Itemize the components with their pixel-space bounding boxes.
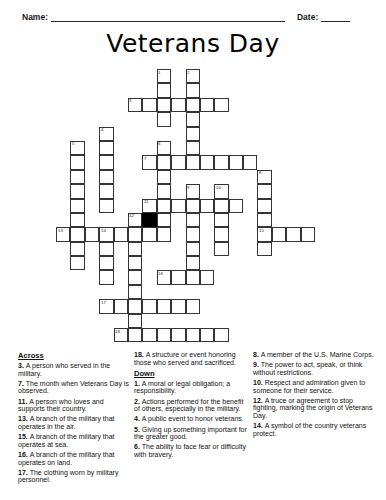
clue-across-7: 7. The month when Veterans Day is observ… — [18, 380, 130, 395]
grid-cell[interactable]: 6 — [157, 141, 171, 155]
grid-cell[interactable] — [214, 199, 228, 213]
grid-cell[interactable] — [70, 256, 84, 270]
grid-cell[interactable] — [157, 199, 171, 213]
grid-cell[interactable] — [128, 299, 142, 313]
grid-cell[interactable] — [200, 155, 214, 169]
clue-number: 11. — [18, 398, 29, 405]
grid-cell[interactable] — [157, 227, 171, 241]
grid-cell[interactable]: 3 — [128, 98, 142, 112]
clue-number: 3. — [18, 362, 26, 369]
cell-number: 12 — [129, 213, 134, 217]
grid-cell[interactable] — [128, 285, 142, 299]
clue-down-4: 4. A public event to honor veterans. — [134, 415, 251, 423]
clue-number: 10. — [253, 379, 265, 386]
black-cell — [142, 213, 156, 227]
grid-cell[interactable] — [186, 270, 200, 284]
grid-cell[interactable]: 18 — [114, 328, 128, 342]
grid-cell[interactable] — [99, 141, 113, 155]
clue-number: 15. — [18, 433, 30, 440]
clue-across-13: 13. A branch of the military that operat… — [18, 415, 130, 430]
clue-across-11: 11. A person who loves and supports thei… — [18, 398, 130, 413]
grid-cell[interactable]: 15 — [257, 227, 271, 241]
grid-cell[interactable]: 1 — [157, 69, 171, 83]
grid-cell[interactable] — [99, 170, 113, 184]
cell-number: 16 — [158, 271, 163, 275]
cell-number: 13 — [58, 228, 63, 232]
cell-number: 10 — [216, 185, 221, 189]
cell-number: 2 — [187, 70, 189, 74]
grid-cell[interactable] — [200, 270, 214, 284]
cell-number: 1 — [158, 70, 160, 74]
grid-cell[interactable] — [272, 227, 286, 241]
grid-cell[interactable] — [171, 328, 185, 342]
grid-cell[interactable] — [214, 155, 228, 169]
cell-number: 15 — [259, 228, 264, 232]
across-header: Across — [18, 351, 130, 360]
grid-cell[interactable] — [142, 227, 156, 241]
name-label: Name: — [22, 12, 48, 22]
grid-cell[interactable] — [128, 328, 142, 342]
grid-cell[interactable] — [186, 155, 200, 169]
clue-number: 6. — [134, 443, 142, 450]
grid-cell[interactable] — [229, 199, 243, 213]
clue-across-17: 17. The clothing worn by military person… — [18, 469, 130, 484]
grid-cell[interactable]: 8 — [257, 170, 271, 184]
grid-cell[interactable] — [70, 184, 84, 198]
clue-down-8: 8. A member of the U.S. Marine Corps. — [253, 351, 375, 359]
clue-across-3: 3. A person who served in the military. — [18, 362, 130, 377]
cell-number: 18 — [115, 329, 120, 333]
grid-cell[interactable] — [214, 328, 228, 342]
cell-number: 17 — [101, 300, 106, 304]
grid-cell[interactable] — [99, 270, 113, 284]
grid-cell[interactable] — [214, 242, 228, 256]
grid-cell[interactable] — [70, 155, 84, 169]
grid-cell[interactable] — [171, 199, 185, 213]
grid-cell[interactable] — [214, 98, 228, 112]
grid-cell[interactable] — [157, 213, 171, 227]
clue-number: 18. — [134, 351, 146, 358]
grid-cell[interactable] — [214, 227, 228, 241]
grid-cell[interactable] — [301, 227, 315, 241]
clue-number: 7. — [18, 380, 26, 387]
cell-number: 6 — [158, 141, 160, 145]
grid-cell[interactable]: 13 — [56, 227, 70, 241]
grid-cell[interactable] — [70, 170, 84, 184]
date-label: Date: — [297, 12, 318, 22]
grid-cell[interactable] — [186, 213, 200, 227]
grid-cell[interactable] — [114, 227, 128, 241]
grid-cell[interactable] — [186, 83, 200, 97]
grid-cell[interactable] — [171, 299, 185, 313]
grid-cell[interactable] — [99, 256, 113, 270]
cell-number: 4 — [101, 127, 103, 131]
grid-cell[interactable] — [128, 227, 142, 241]
grid-cell[interactable] — [142, 328, 156, 342]
clue-number: 5. — [134, 426, 142, 433]
grid-cell[interactable] — [186, 98, 200, 112]
grid-cell[interactable] — [70, 227, 84, 241]
clue-down-6: 6. The ability to face fear or difficult… — [134, 443, 251, 458]
clue-down-5: 5. Giving up something important for the… — [134, 426, 251, 441]
grid-cell[interactable] — [157, 299, 171, 313]
clues-column-down: 8. A member of the U.S. Marine Corps.9. … — [253, 351, 375, 440]
cell-number: 14 — [101, 228, 106, 232]
grid-cell[interactable]: 9 — [186, 184, 200, 198]
grid-cell[interactable] — [157, 328, 171, 342]
grid-cell[interactable] — [114, 299, 128, 313]
grid-cell[interactable]: 10 — [214, 184, 228, 198]
clue-down-14: 14. A symbol of the country veterans pro… — [253, 422, 375, 437]
grid-cell[interactable] — [70, 213, 84, 227]
crossword-grid: 123456789101112131415161718 — [56, 69, 315, 342]
clue-down-2: 2. Actions performed for the benefit of … — [134, 398, 251, 413]
grid-cell[interactable] — [186, 299, 200, 313]
grid-cell[interactable] — [171, 98, 185, 112]
name-input-line[interactable] — [51, 12, 285, 22]
grid-cell[interactable]: 11 — [142, 199, 156, 213]
grid-cell[interactable] — [200, 199, 214, 213]
clue-number: 9. — [253, 361, 261, 368]
clue-down-9: 9. The power to act, speak, or think wit… — [253, 361, 375, 376]
grid-cell[interactable] — [286, 227, 300, 241]
cell-number: 3 — [129, 98, 131, 102]
grid-cell[interactable]: 5 — [70, 141, 84, 155]
clue-across-18: 18. A structure or event honoring those … — [134, 351, 251, 366]
cell-number: 11 — [144, 199, 148, 203]
grid-cell[interactable] — [186, 141, 200, 155]
grid-cell[interactable] — [157, 98, 171, 112]
grid-cell[interactable] — [171, 270, 185, 284]
grid-cell[interactable] — [157, 155, 171, 169]
clue-number: 13. — [18, 415, 30, 422]
grid-cell[interactable]: 14 — [99, 227, 113, 241]
grid-cell[interactable] — [99, 199, 113, 213]
clue-across-15: 15. A branch of the military that operat… — [18, 433, 130, 448]
clue-number: 4. — [134, 415, 142, 422]
clue-number: 12. — [253, 397, 265, 404]
clue-number: 2. — [134, 398, 142, 405]
clue-number: 1. — [134, 380, 142, 387]
grid-cell[interactable] — [128, 270, 142, 284]
grid-cell[interactable]: 17 — [99, 299, 113, 313]
grid-cell[interactable] — [214, 213, 228, 227]
grid-cell[interactable] — [99, 184, 113, 198]
grid-cell[interactable] — [128, 314, 142, 328]
grid-cell[interactable] — [186, 227, 200, 241]
cell-number: 8 — [259, 170, 261, 174]
grid-cell[interactable] — [142, 98, 156, 112]
worksheet-page: { "game": "crossword", "title": "Veteran… — [0, 0, 386, 500]
clue-number: 16. — [18, 451, 30, 458]
clue-down-12: 12. A truce or agreement to stop fightin… — [253, 397, 375, 420]
grid-cell[interactable] — [142, 299, 156, 313]
grid-cell[interactable] — [200, 98, 214, 112]
grid-cell[interactable]: 2 — [186, 69, 200, 83]
grid-cell[interactable] — [157, 184, 171, 198]
clue-down-10: 10. Respect and admiration given to some… — [253, 379, 375, 394]
grid-cell[interactable] — [157, 83, 171, 97]
grid-cell[interactable]: 12 — [128, 213, 142, 227]
clue-number: 14. — [253, 422, 265, 429]
grid-cell[interactable] — [85, 227, 99, 241]
grid-cell[interactable] — [257, 184, 271, 198]
cell-number: 7 — [144, 156, 146, 160]
grid-cell[interactable]: 7 — [142, 155, 156, 169]
grid-cell[interactable] — [171, 155, 185, 169]
clue-number: 17. — [18, 469, 30, 476]
grid-cell[interactable] — [157, 170, 171, 184]
cell-number: 9 — [187, 185, 189, 189]
grid-cell[interactable] — [70, 199, 84, 213]
grid-cell[interactable] — [186, 328, 200, 342]
grid-cell[interactable] — [186, 242, 200, 256]
grid-cell[interactable] — [186, 256, 200, 270]
grid-cell[interactable] — [257, 242, 271, 256]
clue-down-1: 1. A moral or legal obligation; a respon… — [134, 380, 251, 395]
grid-cell[interactable] — [128, 242, 142, 256]
grid-cell[interactable] — [200, 328, 214, 342]
grid-cell[interactable] — [257, 199, 271, 213]
grid-cell[interactable] — [257, 213, 271, 227]
page-title: Veterans Day — [0, 29, 386, 58]
date-input-line[interactable] — [321, 12, 350, 22]
grid-cell[interactable] — [99, 242, 113, 256]
grid-cell[interactable] — [70, 242, 84, 256]
grid-cell[interactable] — [186, 127, 200, 141]
grid-cell[interactable]: 16 — [157, 270, 171, 284]
grid-cell[interactable] — [128, 256, 142, 270]
clue-across-16: 16. A branch of the military that operat… — [18, 451, 130, 466]
grid-cell[interactable]: 4 — [99, 127, 113, 141]
grid-cell[interactable] — [157, 112, 171, 126]
down-header: Down — [134, 369, 251, 378]
cell-number: 5 — [72, 141, 74, 145]
grid-cell[interactable] — [186, 112, 200, 126]
grid-cell[interactable] — [99, 155, 113, 169]
grid-cell[interactable] — [243, 155, 257, 169]
name-date-row: Name: Date: — [22, 12, 366, 22]
clues-column-across: Across 3. A person who served in the mil… — [18, 351, 130, 486]
grid-cell[interactable] — [186, 199, 200, 213]
clues-column-middle: 18. A structure or event honoring those … — [134, 351, 251, 461]
grid-cell[interactable] — [229, 155, 243, 169]
clue-number: 8. — [253, 351, 261, 358]
